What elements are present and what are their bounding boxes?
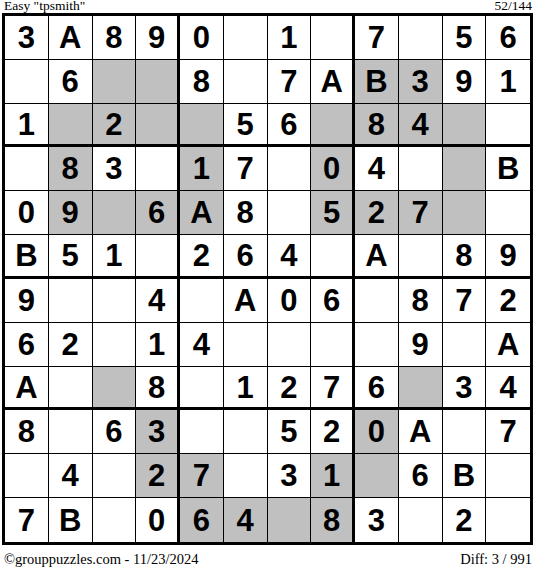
- cell-r2c4[interactable]: [136, 60, 180, 104]
- puzzle-page: Easy "tpsmith" 52/144 3A8901756687AB3911…: [0, 0, 535, 569]
- footer: ©grouppuzzles.com - 11/23/2024 Diff: 3 /…: [4, 549, 532, 569]
- cell-r3c5[interactable]: [180, 104, 224, 148]
- cell-r7c12: 2: [486, 279, 530, 323]
- cell-r7c3[interactable]: [93, 279, 137, 323]
- cell-r10c2[interactable]: [49, 410, 93, 454]
- cell-r11c11: B: [443, 454, 487, 498]
- cell-r4c3: 3: [93, 147, 137, 191]
- cell-r10c5[interactable]: [180, 410, 224, 454]
- cell-r11c9[interactable]: [355, 454, 399, 498]
- cell-r1c9: 7: [355, 16, 399, 60]
- cell-r4c2: 8: [49, 147, 93, 191]
- cell-r3c1: 1: [5, 104, 49, 148]
- cell-r4c6: 7: [224, 147, 268, 191]
- cell-r6c10[interactable]: [399, 235, 443, 279]
- cell-r3c9: 8: [355, 104, 399, 148]
- cell-r8c12: A: [486, 323, 530, 367]
- cell-r9c4: 8: [136, 367, 180, 411]
- cell-r11c10: 6: [399, 454, 443, 498]
- cell-r2c8: A: [311, 60, 355, 104]
- cell-r5c10: 7: [399, 191, 443, 235]
- cell-r1c1: 3: [5, 16, 49, 60]
- cell-r1c12: 6: [486, 16, 530, 60]
- cell-r11c3[interactable]: [93, 454, 137, 498]
- cell-r6c9: A: [355, 235, 399, 279]
- cell-r7c1: 9: [5, 279, 49, 323]
- cell-r1c3: 8: [93, 16, 137, 60]
- cell-r10c7: 5: [268, 410, 312, 454]
- cell-r1c6[interactable]: [224, 16, 268, 60]
- cell-r9c12: 4: [486, 367, 530, 411]
- cell-r12c10[interactable]: [399, 498, 443, 542]
- cell-r12c3[interactable]: [93, 498, 137, 542]
- cell-r10c10: A: [399, 410, 443, 454]
- cell-r4c4[interactable]: [136, 147, 180, 191]
- cell-r10c4: 3: [136, 410, 180, 454]
- cell-r10c3: 6: [93, 410, 137, 454]
- cell-r10c8: 2: [311, 410, 355, 454]
- cell-r6c4[interactable]: [136, 235, 180, 279]
- cell-r11c5: 7: [180, 454, 224, 498]
- cell-r8c2: 2: [49, 323, 93, 367]
- difficulty-label: Diff: 3 / 991: [460, 549, 532, 569]
- cell-r5c6: 8: [224, 191, 268, 235]
- cell-r4c8: 0: [311, 147, 355, 191]
- cell-r8c9[interactable]: [355, 323, 399, 367]
- cell-r3c11[interactable]: [443, 104, 487, 148]
- cell-r10c9: 0: [355, 410, 399, 454]
- cell-r8c10: 9: [399, 323, 443, 367]
- cell-r6c7: 4: [268, 235, 312, 279]
- cell-r12c9: 3: [355, 498, 399, 542]
- cell-r2c1[interactable]: [5, 60, 49, 104]
- copyright-date: ©grouppuzzles.com - 11/23/2024: [4, 549, 199, 569]
- cell-r9c5[interactable]: [180, 367, 224, 411]
- cell-r7c7: 0: [268, 279, 312, 323]
- cell-r11c12[interactable]: [486, 454, 530, 498]
- cell-r8c4: 1: [136, 323, 180, 367]
- cell-r12c11: 2: [443, 498, 487, 542]
- cell-r11c7: 3: [268, 454, 312, 498]
- cell-r10c1: 8: [5, 410, 49, 454]
- cell-r4c7[interactable]: [268, 147, 312, 191]
- cell-r2c2: 6: [49, 60, 93, 104]
- cell-r12c5: 6: [180, 498, 224, 542]
- cell-r9c11: 3: [443, 367, 487, 411]
- cell-r11c2: 4: [49, 454, 93, 498]
- cell-r3c7: 6: [268, 104, 312, 148]
- cell-r10c6[interactable]: [224, 410, 268, 454]
- cell-r7c8: 6: [311, 279, 355, 323]
- cell-r6c2: 5: [49, 235, 93, 279]
- cell-r1c4: 9: [136, 16, 180, 60]
- cell-r10c12: 7: [486, 410, 530, 454]
- cell-r8c6[interactable]: [224, 323, 268, 367]
- cell-r7c2[interactable]: [49, 279, 93, 323]
- cell-r12c7[interactable]: [268, 498, 312, 542]
- cell-r3c10: 4: [399, 104, 443, 148]
- cell-r8c5: 4: [180, 323, 224, 367]
- cell-r2c6[interactable]: [224, 60, 268, 104]
- cell-r3c6: 5: [224, 104, 268, 148]
- cell-r2c11: 9: [443, 60, 487, 104]
- cell-r5c12[interactable]: [486, 191, 530, 235]
- cell-r3c2[interactable]: [49, 104, 93, 148]
- cell-r6c1: B: [5, 235, 49, 279]
- cell-r5c2: 9: [49, 191, 93, 235]
- cell-r2c12: 1: [486, 60, 530, 104]
- cell-r5c1: 0: [5, 191, 49, 235]
- cell-r4c1[interactable]: [5, 147, 49, 191]
- cell-r9c6: 1: [224, 367, 268, 411]
- cell-r4c5: 1: [180, 147, 224, 191]
- cell-r2c7: 7: [268, 60, 312, 104]
- cell-r5c8: 5: [311, 191, 355, 235]
- cell-r5c4: 6: [136, 191, 180, 235]
- cell-r4c12: B: [486, 147, 530, 191]
- cell-r2c9: B: [355, 60, 399, 104]
- cell-r5c9: 2: [355, 191, 399, 235]
- cell-r6c6: 6: [224, 235, 268, 279]
- cell-r3c12[interactable]: [486, 104, 530, 148]
- cells-remaining-counter: 52/144: [494, 0, 532, 13]
- cell-r5c7[interactable]: [268, 191, 312, 235]
- cell-r11c8: 1: [311, 454, 355, 498]
- cell-r1c11: 5: [443, 16, 487, 60]
- cell-r8c11[interactable]: [443, 323, 487, 367]
- cell-r7c6: A: [224, 279, 268, 323]
- cell-r6c11: 8: [443, 235, 487, 279]
- cell-r12c2: B: [49, 498, 93, 542]
- cell-r9c7: 2: [268, 367, 312, 411]
- cell-r9c1: A: [5, 367, 49, 411]
- board: 3A8901756687AB391125684831704B096A8527B5…: [2, 13, 533, 545]
- cell-r6c5: 2: [180, 235, 224, 279]
- cell-r8c1: 6: [5, 323, 49, 367]
- cell-r7c9[interactable]: [355, 279, 399, 323]
- cell-r4c10[interactable]: [399, 147, 443, 191]
- cell-r6c3: 1: [93, 235, 137, 279]
- puzzle-title: Easy "tpsmith": [4, 0, 85, 13]
- cell-r3c8[interactable]: [311, 104, 355, 148]
- cell-r5c11[interactable]: [443, 191, 487, 235]
- cell-r9c2[interactable]: [49, 367, 93, 411]
- cell-r1c8[interactable]: [311, 16, 355, 60]
- cell-r7c5[interactable]: [180, 279, 224, 323]
- cell-r12c4: 0: [136, 498, 180, 542]
- cell-r4c9: 4: [355, 147, 399, 191]
- cell-r4c11[interactable]: [443, 147, 487, 191]
- cell-r11c6[interactable]: [224, 454, 268, 498]
- cell-r9c3[interactable]: [93, 367, 137, 411]
- cell-r3c3: 2: [93, 104, 137, 148]
- cell-r7c11: 7: [443, 279, 487, 323]
- cell-r7c10: 8: [399, 279, 443, 323]
- cell-r8c7[interactable]: [268, 323, 312, 367]
- cell-r3c4[interactable]: [136, 104, 180, 148]
- cell-r1c10[interactable]: [399, 16, 443, 60]
- cell-r6c8[interactable]: [311, 235, 355, 279]
- cell-r6c12: 9: [486, 235, 530, 279]
- cell-r1c7: 1: [268, 16, 312, 60]
- cell-r9c10[interactable]: [399, 367, 443, 411]
- cell-r9c9: 6: [355, 367, 399, 411]
- cell-r2c5: 8: [180, 60, 224, 104]
- cell-r12c12[interactable]: [486, 498, 530, 542]
- cell-r8c3[interactable]: [93, 323, 137, 367]
- cell-r2c10: 3: [399, 60, 443, 104]
- cell-r9c8: 7: [311, 367, 355, 411]
- cell-r12c1: 7: [5, 498, 49, 542]
- cell-r12c6: 4: [224, 498, 268, 542]
- cell-r7c4: 4: [136, 279, 180, 323]
- cell-r8c8[interactable]: [311, 323, 355, 367]
- header: Easy "tpsmith" 52/144: [4, 0, 532, 13]
- cell-r5c5: A: [180, 191, 224, 235]
- cell-r5c3[interactable]: [93, 191, 137, 235]
- cell-r1c5: 0: [180, 16, 224, 60]
- cell-r10c11[interactable]: [443, 410, 487, 454]
- cell-r1c2: A: [49, 16, 93, 60]
- cell-r2c3[interactable]: [93, 60, 137, 104]
- cell-r12c8: 8: [311, 498, 355, 542]
- cell-r11c1[interactable]: [5, 454, 49, 498]
- cell-r11c4: 2: [136, 454, 180, 498]
